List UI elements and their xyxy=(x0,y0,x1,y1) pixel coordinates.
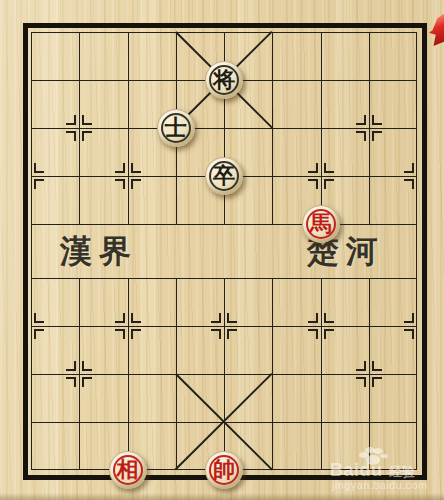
piece-red-general[interactable]: 帥 xyxy=(205,451,243,489)
position-marker-bracket xyxy=(308,163,318,173)
board-cell xyxy=(321,32,369,80)
piece-character: 将 xyxy=(213,69,235,91)
position-marker-bracket xyxy=(131,163,141,173)
position-marker xyxy=(402,161,432,191)
position-marker xyxy=(354,359,384,389)
position-marker-bracket xyxy=(66,377,76,387)
position-marker xyxy=(16,311,46,341)
position-marker-bracket xyxy=(34,313,44,323)
position-marker-bracket xyxy=(115,313,125,323)
position-marker-bracket xyxy=(82,115,92,125)
position-marker-bracket xyxy=(372,115,382,125)
position-marker-bracket xyxy=(356,131,366,141)
piece-character: 馬 xyxy=(310,213,332,235)
piece-red-horse[interactable]: 馬 xyxy=(302,205,340,243)
board-cell xyxy=(176,224,224,278)
piece-character: 帥 xyxy=(213,459,235,481)
watermark-brand-suffix: 经验 xyxy=(389,464,415,479)
position-marker-bracket xyxy=(372,131,382,141)
position-marker-bracket xyxy=(66,361,76,371)
piece-character: 相 xyxy=(117,459,139,481)
position-marker-bracket xyxy=(324,329,334,339)
position-marker-bracket xyxy=(66,131,76,141)
position-marker-bracket xyxy=(131,179,141,189)
position-marker-bracket xyxy=(131,313,141,323)
river-label-left: 漢界 xyxy=(60,233,138,269)
piece-character: 卒 xyxy=(213,165,235,187)
position-marker-bracket xyxy=(82,361,92,371)
position-marker xyxy=(16,161,46,191)
position-marker-bracket xyxy=(131,329,141,339)
piece-character: 士 xyxy=(165,117,187,139)
position-marker-bracket xyxy=(82,131,92,141)
position-marker xyxy=(306,311,336,341)
position-marker-bracket xyxy=(372,377,382,387)
position-marker xyxy=(64,359,94,389)
position-marker xyxy=(209,311,239,341)
position-marker-bracket xyxy=(308,179,318,189)
position-marker-bracket xyxy=(34,179,44,189)
position-marker-bracket xyxy=(356,377,366,387)
board-cell xyxy=(31,422,79,470)
position-marker xyxy=(113,161,143,191)
position-marker-bracket xyxy=(308,313,318,323)
watermark-brand: Baidu xyxy=(330,460,383,480)
red-arrow-decoration xyxy=(429,13,444,46)
position-marker-bracket xyxy=(324,179,334,189)
position-marker-bracket xyxy=(34,329,44,339)
position-marker-bracket xyxy=(115,329,125,339)
position-marker-bracket xyxy=(356,361,366,371)
position-marker-bracket xyxy=(115,163,125,173)
position-marker-bracket xyxy=(404,179,414,189)
piece-black-general[interactable]: 将 xyxy=(205,61,243,99)
board-edge-shade xyxy=(0,493,444,500)
position-marker-bracket xyxy=(404,329,414,339)
position-marker xyxy=(402,311,432,341)
xiangqi-board: 漢界 楚河 将士卒馬相帥 Baidu 经验 jingyan.baidu.com xyxy=(0,0,444,500)
board-cell xyxy=(128,374,176,422)
board-cell xyxy=(272,422,320,470)
position-marker-bracket xyxy=(66,115,76,125)
board-cell xyxy=(31,32,79,80)
position-marker xyxy=(306,161,336,191)
piece-red-elephant[interactable]: 相 xyxy=(109,451,147,489)
position-marker xyxy=(354,113,384,143)
board-cell xyxy=(272,80,320,128)
board-cell xyxy=(369,32,417,80)
board-cell xyxy=(224,224,272,278)
piece-black-soldier[interactable]: 卒 xyxy=(205,157,243,195)
position-marker xyxy=(64,113,94,143)
board-cell xyxy=(272,32,320,80)
position-marker-bracket xyxy=(324,313,334,323)
position-marker-bracket xyxy=(372,361,382,371)
watermark-url: jingyan.baidu.com xyxy=(332,479,427,491)
position-marker-bracket xyxy=(308,329,318,339)
position-marker-bracket xyxy=(211,313,221,323)
position-marker-bracket xyxy=(404,163,414,173)
position-marker-bracket xyxy=(356,115,366,125)
position-marker-bracket xyxy=(211,329,221,339)
position-marker-bracket xyxy=(227,329,237,339)
position-marker-bracket xyxy=(404,313,414,323)
position-marker-bracket xyxy=(227,313,237,323)
position-marker-bracket xyxy=(34,163,44,173)
board-cell xyxy=(79,32,127,80)
piece-black-advisor[interactable]: 士 xyxy=(157,109,195,147)
position-marker-bracket xyxy=(324,163,334,173)
board-cell xyxy=(272,374,320,422)
position-marker-bracket xyxy=(115,179,125,189)
position-marker xyxy=(113,311,143,341)
board-cell xyxy=(128,32,176,80)
position-marker-bracket xyxy=(82,377,92,387)
